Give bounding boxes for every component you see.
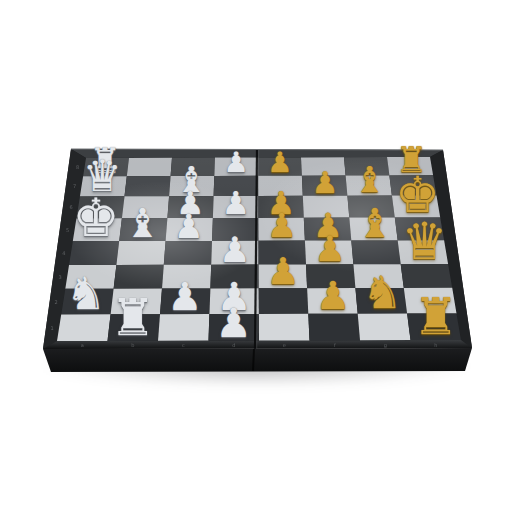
gold-rook-h1[interactable]: ♜ (410, 292, 461, 343)
gold-pawn-f4[interactable]: ♟ (312, 231, 347, 266)
gold-pawn-f7[interactable]: ♟ (310, 168, 340, 198)
gold-pawn-e5[interactable]: ♟ (265, 209, 298, 242)
silver-rook-b1[interactable]: ♜ (107, 293, 158, 344)
silver-pawn-d4[interactable]: ♟ (217, 232, 252, 267)
silver-pawn-d8[interactable]: ♟ (222, 149, 250, 177)
silver-pawn-c5[interactable]: ♟ (172, 210, 205, 243)
pieces-layer: ♜♟♜♟♛♝♟♝♟♟♚♟♚♝♟♟♟♝♟♛♟♟♞♟♟♞♟♜♟♜ (0, 0, 510, 510)
silver-pawn-d1[interactable]: ♟ (214, 303, 254, 343)
gold-queen-h4[interactable]: ♛ (399, 216, 450, 267)
gold-knight-g2[interactable]: ♞ (360, 271, 405, 316)
chess-set-photo: abcdefgh87654321 ♜♟♜♟♛♝♟♝♟♟♚♟♚♝♟♟♟♝♟♛♟♟♞… (0, 0, 510, 510)
gold-pawn-f2[interactable]: ♟ (314, 277, 353, 316)
gold-bishop-g5[interactable]: ♝ (354, 203, 394, 243)
gold-pawn-e8[interactable]: ♟ (266, 149, 294, 177)
gold-pawn-e3[interactable]: ♟ (264, 254, 301, 291)
silver-bishop-b5[interactable]: ♝ (122, 203, 162, 243)
silver-king-a5[interactable]: ♚ (70, 192, 122, 244)
silver-pawn-c2[interactable]: ♟ (165, 278, 204, 317)
silver-pawn-d6[interactable]: ♟ (220, 188, 252, 220)
silver-knight-a2[interactable]: ♞ (63, 272, 108, 317)
gold-bishop-g7[interactable]: ♝ (352, 162, 388, 198)
